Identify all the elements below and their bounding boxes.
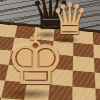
square-g4[interactable]: [95, 88, 100, 100]
white-king-piece[interactable]: ♚: [5, 27, 66, 95]
square-f5[interactable]: [72, 71, 95, 89]
square-f4[interactable]: [72, 86, 96, 100]
chess-photo-scene: ♛ ♛ ♚: [0, 0, 100, 100]
